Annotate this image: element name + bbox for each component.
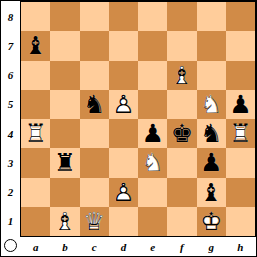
square-h6[interactable] <box>226 61 255 90</box>
rank-label-2: 2 <box>1 178 20 207</box>
square-h8[interactable] <box>226 2 255 31</box>
file-label-a: a <box>21 238 50 256</box>
square-c1[interactable]: ♛♕ <box>80 207 109 236</box>
square-a3[interactable] <box>21 148 50 177</box>
black-bishop-g2: ♝ <box>197 178 226 207</box>
black-pawn-g3: ♟ <box>197 148 226 177</box>
black-pawn-e4: ♟ <box>138 119 167 148</box>
square-h5[interactable]: ♟ <box>226 90 255 119</box>
white-rook-a4: ♜♖ <box>21 119 50 148</box>
white-queen-c1: ♛♕ <box>80 207 109 236</box>
square-a5[interactable] <box>21 90 50 119</box>
square-d2[interactable]: ♟♙ <box>109 178 138 207</box>
black-king-f4: ♚ <box>167 119 196 148</box>
white-rook-h4: ♜♖ <box>226 119 255 148</box>
square-f6[interactable]: ♝♗ <box>167 61 196 90</box>
rank-label-7: 7 <box>1 31 20 60</box>
black-pawn-h5: ♟ <box>226 90 255 119</box>
square-b3[interactable]: ♜ <box>50 148 79 177</box>
black-bishop-a7: ♝ <box>21 31 50 60</box>
black-rook-b3: ♜ <box>50 148 79 177</box>
square-d7[interactable] <box>109 31 138 60</box>
square-d6[interactable] <box>109 61 138 90</box>
square-f8[interactable] <box>167 2 196 31</box>
square-b4[interactable] <box>50 119 79 148</box>
black-knight-c5: ♞ <box>80 90 109 119</box>
rank-labels: 87654321 <box>1 1 20 237</box>
square-g5[interactable]: ♞♘ <box>197 90 226 119</box>
square-g6[interactable] <box>197 61 226 90</box>
square-e4[interactable]: ♟ <box>138 119 167 148</box>
square-f1[interactable] <box>167 207 196 236</box>
square-a4[interactable]: ♜♖ <box>21 119 50 148</box>
file-label-b: b <box>50 238 79 256</box>
square-b5[interactable] <box>50 90 79 119</box>
square-c4[interactable] <box>80 119 109 148</box>
white-bishop-b1: ♝♗ <box>50 207 79 236</box>
square-b8[interactable] <box>50 2 79 31</box>
square-a2[interactable] <box>21 178 50 207</box>
square-h7[interactable] <box>226 31 255 60</box>
file-labels: abcdefgh <box>1 238 256 256</box>
square-g1[interactable]: ♚♔ <box>197 207 226 236</box>
square-e1[interactable] <box>138 207 167 236</box>
white-king-g1: ♚♔ <box>197 207 226 236</box>
square-d3[interactable] <box>109 148 138 177</box>
square-d1[interactable] <box>109 207 138 236</box>
black-knight-g4: ♞ <box>197 119 226 148</box>
square-e8[interactable] <box>138 2 167 31</box>
square-a8[interactable] <box>21 2 50 31</box>
square-h1[interactable] <box>226 207 255 236</box>
rank-label-6: 6 <box>1 61 20 90</box>
square-e7[interactable] <box>138 31 167 60</box>
square-e5[interactable] <box>138 90 167 119</box>
file-label-f: f <box>167 238 196 256</box>
file-label-h: h <box>226 238 255 256</box>
square-c8[interactable] <box>80 2 109 31</box>
square-d5[interactable]: ♟♙ <box>109 90 138 119</box>
rank-label-8: 8 <box>1 2 20 31</box>
square-g7[interactable] <box>197 31 226 60</box>
file-label-g: g <box>197 238 226 256</box>
square-d8[interactable] <box>109 2 138 31</box>
square-c7[interactable] <box>80 31 109 60</box>
rank-label-5: 5 <box>1 90 20 119</box>
square-b6[interactable] <box>50 61 79 90</box>
square-e3[interactable]: ♞♘ <box>138 148 167 177</box>
square-c3[interactable] <box>80 148 109 177</box>
square-a6[interactable] <box>21 61 50 90</box>
file-label-d: d <box>109 238 138 256</box>
square-c5[interactable]: ♞ <box>80 90 109 119</box>
white-to-move-indicator <box>4 239 17 252</box>
square-d4[interactable] <box>109 119 138 148</box>
square-c2[interactable] <box>80 178 109 207</box>
white-bishop-f6: ♝♗ <box>167 61 196 90</box>
square-f7[interactable] <box>167 31 196 60</box>
square-h2[interactable] <box>226 178 255 207</box>
square-h4[interactable]: ♜♖ <box>226 119 255 148</box>
square-g4[interactable]: ♞ <box>197 119 226 148</box>
square-g2[interactable]: ♝ <box>197 178 226 207</box>
white-pawn-d5: ♟♙ <box>109 90 138 119</box>
chess-board: ♝♝♗♞♟♙♞♘♟♜♖♟♚♞♜♖♜♞♘♟♟♙♝♝♗♛♕♚♔ <box>20 1 256 237</box>
rank-label-4: 4 <box>1 119 20 148</box>
square-a1[interactable] <box>21 207 50 236</box>
square-h3[interactable] <box>226 148 255 177</box>
white-knight-g5: ♞♘ <box>197 90 226 119</box>
square-f2[interactable] <box>167 178 196 207</box>
file-label-e: e <box>138 238 167 256</box>
square-b7[interactable] <box>50 31 79 60</box>
rank-label-1: 1 <box>1 207 20 236</box>
square-g3[interactable]: ♟ <box>197 148 226 177</box>
square-e2[interactable] <box>138 178 167 207</box>
square-f3[interactable] <box>167 148 196 177</box>
white-pawn-d2: ♟♙ <box>109 178 138 207</box>
file-label-c: c <box>80 238 109 256</box>
square-f5[interactable] <box>167 90 196 119</box>
square-b2[interactable] <box>50 178 79 207</box>
square-g8[interactable] <box>197 2 226 31</box>
square-a7[interactable]: ♝ <box>21 31 50 60</box>
square-f4[interactable]: ♚ <box>167 119 196 148</box>
white-knight-e3: ♞♘ <box>138 148 167 177</box>
square-b1[interactable]: ♝♗ <box>50 207 79 236</box>
chess-diagram: 87654321 ♝♝♗♞♟♙♞♘♟♜♖♟♚♞♜♖♜♞♘♟♟♙♝♝♗♛♕♚♔ a… <box>0 0 257 257</box>
square-c6[interactable] <box>80 61 109 90</box>
rank-label-3: 3 <box>1 148 20 177</box>
square-e6[interactable] <box>138 61 167 90</box>
